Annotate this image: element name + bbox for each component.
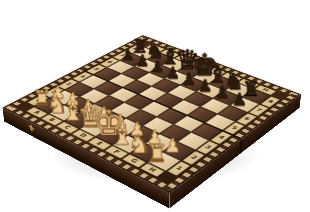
- square-e4[interactable]: [140, 101, 170, 117]
- piece-light-rook[interactable]: ♜: [145, 142, 169, 166]
- hinge-gap: [240, 139, 242, 154]
- product-photo-scene: ABCDEFGH ABCDEFGH 87654321 87654321 ♜♞♝♛…: [0, 0, 310, 212]
- brass-clasp-icon: ⚜: [27, 121, 36, 135]
- piece-dark-pawn[interactable]: ♟: [229, 91, 250, 108]
